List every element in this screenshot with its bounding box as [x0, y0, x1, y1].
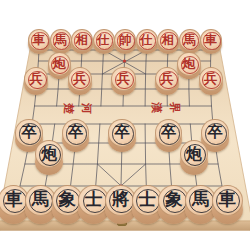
piece-character: 馬: [179, 29, 201, 51]
piece-black-chariot[interactable]: 車: [212, 185, 243, 224]
pieces-layer: 車馬相仕帥仕相馬車炮炮兵兵兵兵兵卒卒卒卒卒炮炮車馬象士將士象馬車: [0, 0, 250, 250]
product-photo-canvas: 楚河 漢界 車馬相仕帥仕相馬車炮炮兵兵兵兵兵卒卒卒卒卒炮炮車馬象士將士象馬車: [0, 0, 250, 250]
piece-black-cannon[interactable]: 炮: [180, 140, 208, 175]
piece-black-soldier[interactable]: 卒: [155, 119, 182, 152]
piece-character: 炮: [35, 140, 63, 168]
piece-character: 帥: [114, 29, 136, 51]
piece-character: 兵: [24, 67, 48, 91]
piece-red-horse[interactable]: 馬: [50, 29, 72, 54]
piece-character: 車: [28, 29, 50, 51]
piece-black-soldier[interactable]: 卒: [108, 119, 135, 152]
piece-character: 馬: [50, 29, 72, 51]
piece-red-elephant[interactable]: 相: [71, 29, 93, 54]
piece-character: 兵: [155, 67, 179, 91]
piece-character: 兵: [68, 67, 92, 91]
piece-character: 車: [212, 185, 243, 216]
piece-red-chariot[interactable]: 車: [28, 29, 50, 54]
piece-character: 卒: [108, 119, 135, 146]
piece-red-general[interactable]: 帥: [114, 29, 136, 54]
piece-red-soldier[interactable]: 兵: [24, 67, 48, 95]
piece-red-soldier[interactable]: 兵: [111, 67, 135, 95]
piece-character: 仕: [136, 29, 158, 51]
piece-red-horse[interactable]: 馬: [179, 29, 201, 54]
piece-character: 兵: [199, 67, 223, 91]
piece-character: 卒: [155, 119, 182, 146]
piece-red-advisor[interactable]: 仕: [93, 29, 115, 54]
piece-character: 相: [71, 29, 93, 51]
piece-character: 仕: [93, 29, 115, 51]
piece-red-cannon[interactable]: 炮: [177, 52, 200, 79]
piece-red-soldier[interactable]: 兵: [155, 67, 179, 95]
piece-red-soldier[interactable]: 兵: [68, 67, 92, 95]
piece-red-soldier[interactable]: 兵: [199, 67, 223, 95]
piece-character: 兵: [111, 67, 135, 91]
piece-black-soldier[interactable]: 卒: [62, 119, 89, 152]
piece-character: 相: [157, 29, 179, 51]
piece-character: 炮: [177, 52, 200, 75]
piece-red-elephant[interactable]: 相: [157, 29, 179, 54]
piece-character: 車: [200, 29, 222, 51]
piece-character: 炮: [180, 140, 208, 168]
piece-black-cannon[interactable]: 炮: [35, 140, 63, 175]
piece-character: 卒: [62, 119, 89, 146]
piece-red-advisor[interactable]: 仕: [136, 29, 158, 54]
piece-red-chariot[interactable]: 車: [200, 29, 222, 54]
